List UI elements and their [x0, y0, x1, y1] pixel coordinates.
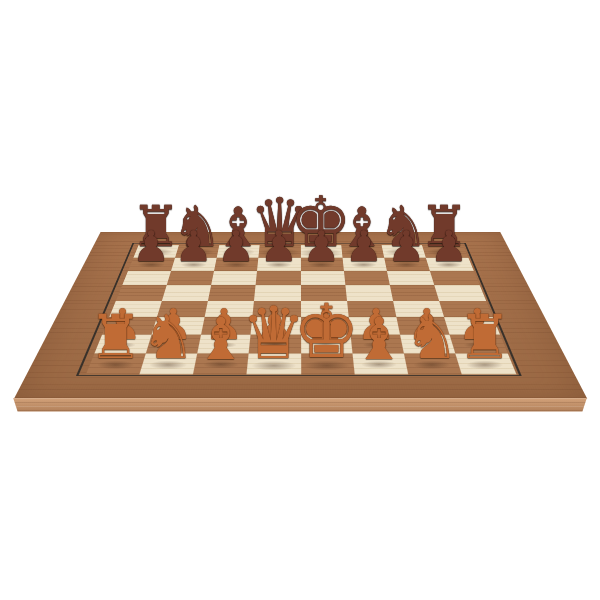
piece-black-pawn-g7[interactable]: ♟: [387, 224, 425, 267]
pawn-glyph: ♟: [132, 224, 170, 267]
square-e6[interactable]: [300, 270, 345, 284]
piece-black-pawn-b7[interactable]: ♟: [175, 224, 213, 267]
bishop-glyph: ♝: [195, 310, 247, 368]
pawn-glyph: ♟: [302, 224, 340, 267]
square-b6[interactable]: [166, 270, 214, 284]
piece-white-knight-g1[interactable]: ♞: [405, 307, 459, 367]
pawn-glyph: ♟: [217, 224, 255, 267]
rook-glyph: ♜: [457, 307, 511, 367]
square-a5[interactable]: [115, 285, 166, 300]
knight-glyph: ♞: [405, 307, 459, 367]
chessboard-scene: ♜♞♝♛♚♝♞♜♟♟♟♟♟♟♟♟♟♟♟♟♟♟♟♟♜♞♝♛♚♝♞♜: [0, 0, 600, 600]
piece-white-king-e1[interactable]: ♚: [293, 295, 360, 369]
piece-white-rook-a1[interactable]: ♜: [88, 307, 142, 367]
square-g6[interactable]: [386, 270, 434, 284]
bishop-glyph: ♝: [353, 310, 405, 368]
piece-white-bishop-f1[interactable]: ♝: [353, 310, 405, 368]
rook-glyph: ♜: [88, 307, 142, 367]
piece-black-pawn-a7[interactable]: ♟: [132, 224, 170, 267]
pawn-glyph: ♟: [387, 224, 425, 267]
piece-white-bishop-c1[interactable]: ♝: [195, 310, 247, 368]
square-h5[interactable]: [434, 285, 485, 300]
square-h6[interactable]: [430, 270, 479, 284]
square-d6[interactable]: [255, 270, 300, 284]
piece-black-pawn-f7[interactable]: ♟: [345, 224, 383, 267]
knight-glyph: ♞: [141, 307, 195, 367]
square-b5[interactable]: [161, 285, 210, 300]
square-g5[interactable]: [389, 285, 438, 300]
piece-black-pawn-e7[interactable]: ♟: [302, 224, 340, 267]
square-a6[interactable]: [121, 270, 170, 284]
pawn-glyph: ♟: [175, 224, 213, 267]
square-c6[interactable]: [211, 270, 257, 284]
piece-white-rook-h1[interactable]: ♜: [457, 307, 511, 367]
pawn-glyph: ♟: [345, 224, 383, 267]
square-f6[interactable]: [343, 270, 389, 284]
piece-black-pawn-c7[interactable]: ♟: [217, 224, 255, 267]
board-front-edge: [13, 398, 587, 412]
piece-white-knight-b1[interactable]: ♞: [141, 307, 195, 367]
pawn-glyph: ♟: [430, 224, 468, 267]
king-glyph: ♚: [293, 295, 360, 369]
piece-black-pawn-h7[interactable]: ♟: [430, 224, 468, 267]
piece-black-pawn-d7[interactable]: ♟: [260, 224, 298, 267]
pawn-glyph: ♟: [260, 224, 298, 267]
